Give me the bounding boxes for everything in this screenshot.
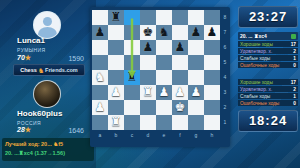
square-b7[interactable]	[108, 25, 124, 40]
white-knight-a4[interactable]: ♞	[92, 70, 108, 85]
stat-value: 2	[293, 87, 296, 92]
top-player-stars: 70★	[17, 54, 31, 62]
star-icon: ★	[25, 54, 31, 61]
last-move-label: 20. ... ♜xc4	[240, 33, 291, 39]
stat-row: Слабые ходы1	[238, 93, 298, 99]
square-h8[interactable]	[204, 10, 220, 25]
white-pawn-a2[interactable]: ♟	[92, 100, 108, 115]
stat-value: 2	[293, 49, 296, 54]
players-sidebar: Lunca1 РУМЫНИЯ 70★ 1590 Chess ♞ Friends.…	[0, 0, 96, 168]
square-g1[interactable]	[188, 115, 204, 130]
square-e5[interactable]	[156, 55, 172, 70]
file-label-f: f	[172, 131, 188, 140]
bottom-player-stars: 28★	[17, 126, 31, 134]
black-pawn-d6[interactable]: ♟	[140, 40, 156, 55]
bottom-player-rating: 1646	[68, 127, 84, 134]
stat-row: Хорошие ходы17	[238, 41, 298, 47]
rank-label-2: 2	[221, 100, 229, 115]
rank-label-6: 6	[221, 40, 229, 55]
stat-value: 0	[293, 63, 296, 68]
square-c3[interactable]	[124, 85, 140, 100]
black-pawn-f6[interactable]: ♟	[172, 40, 188, 55]
stat-label: Слабые ходы	[240, 56, 293, 61]
rank-label-5: 5	[221, 55, 229, 70]
white-rook-b1[interactable]: ♜	[108, 115, 124, 130]
file-label-b: b	[108, 131, 124, 140]
square-h2[interactable]	[204, 100, 220, 115]
chessfriends-logo[interactable]: Chess ♞ Friends.com	[13, 64, 85, 76]
black-pawn-h7[interactable]: ♟	[204, 25, 220, 40]
good-move-badge	[291, 34, 296, 39]
file-coordinates: abcdefgh	[92, 131, 220, 140]
last-move-header: 20. ... ♜xc4	[238, 32, 298, 40]
square-h5[interactable]	[204, 55, 220, 70]
top-player-clock: 23:27	[238, 6, 298, 28]
square-g4[interactable]	[188, 70, 204, 85]
file-label-d: d	[140, 131, 156, 140]
square-e6[interactable]	[156, 40, 172, 55]
rank-coordinates: 87654321	[221, 10, 229, 130]
file-label-g: g	[188, 131, 204, 140]
stat-label: Ошибочные ходы	[240, 63, 293, 68]
square-b4[interactable]	[108, 70, 124, 85]
rank-label-8: 8	[221, 10, 229, 25]
square-b2[interactable]	[108, 100, 124, 115]
square-a1[interactable]	[92, 115, 108, 130]
white-pawn-g3[interactable]: ♟	[188, 85, 204, 100]
square-h3[interactable]	[204, 85, 220, 100]
square-c1[interactable]	[124, 115, 140, 130]
top-player-country: РУМЫНИЯ	[17, 47, 46, 53]
square-g6[interactable]	[188, 40, 204, 55]
square-d5[interactable]	[140, 55, 156, 70]
black-rook-c4[interactable]: ♜	[124, 70, 140, 85]
white-king-f2[interactable]: ♚	[172, 100, 188, 115]
square-b6[interactable]	[108, 40, 124, 55]
square-h4[interactable]	[204, 70, 220, 85]
chess-board[interactable]: ♜♟♚♞♟♟♟♟♞♜♟♜♟♟♟♟♚♜	[92, 10, 220, 130]
move-analysis-box: Лучший ход: 20... ♞f5 20. ...♜xc4 (1.37→…	[2, 138, 94, 161]
square-f8[interactable]	[172, 10, 188, 25]
stat-label: Хорошие ходы	[240, 80, 291, 85]
stat-value: 17	[291, 80, 296, 85]
stat-row: Ошибочные ходы0	[238, 62, 298, 68]
square-c6[interactable]	[124, 40, 140, 55]
square-g2[interactable]	[188, 100, 204, 115]
bottom-player-name[interactable]: Hook60plus	[17, 109, 62, 118]
white-pawn-b3[interactable]: ♟	[108, 85, 124, 100]
stat-label: Хорошие ходы	[240, 42, 291, 47]
square-d2[interactable]	[140, 100, 156, 115]
black-rook-b8[interactable]: ♜	[108, 10, 124, 25]
square-c7[interactable]	[124, 25, 140, 40]
avatar-bottom-player[interactable]	[33, 80, 61, 108]
square-f1[interactable]	[172, 115, 188, 130]
stat-row: Слабые ходы1	[238, 55, 298, 61]
square-f5[interactable]	[172, 55, 188, 70]
square-c8[interactable]	[124, 10, 140, 25]
stat-value: 1	[293, 94, 296, 99]
avatar-top-player[interactable]	[33, 11, 61, 39]
stat-label: Ошибочные ходы	[240, 101, 293, 106]
rank-label-7: 7	[221, 25, 229, 40]
file-label-h: h	[204, 131, 220, 140]
square-c5[interactable]	[124, 55, 140, 70]
app-window: Lunca1 РУМЫНИЯ 70★ 1590 Chess ♞ Friends.…	[0, 0, 300, 168]
white-pawn-f3[interactable]: ♟	[172, 85, 188, 100]
stat-value: 17	[291, 42, 296, 47]
black-pawn-g7[interactable]: ♟	[188, 25, 204, 40]
black-pawn-a7[interactable]: ♟	[92, 25, 108, 40]
stat-label: Удовлетвор. х.	[240, 87, 293, 92]
top-player-name[interactable]: Lunca1	[17, 36, 45, 45]
white-pawn-e3[interactable]: ♟	[156, 85, 172, 100]
square-a8[interactable]	[92, 10, 108, 25]
square-a6[interactable]	[92, 40, 108, 55]
square-b5[interactable]	[108, 55, 124, 70]
rank-label-1: 1	[221, 115, 229, 130]
square-e1[interactable]	[156, 115, 172, 130]
stat-value: 1	[293, 56, 296, 61]
square-d4[interactable]	[140, 70, 156, 85]
top-player-stats-table: 20. ... ♜xc4 Хорошие ходы17Удовлетвор. х…	[238, 32, 298, 69]
rank-label-4: 4	[221, 70, 229, 85]
square-g5[interactable]	[188, 55, 204, 70]
square-h6[interactable]	[204, 40, 220, 55]
file-label-a: a	[92, 131, 108, 140]
stat-row: Хорошие ходы17	[238, 79, 298, 85]
square-a3[interactable]	[92, 85, 108, 100]
best-move-text: Лучший ход: 20... ♞f5	[5, 140, 91, 149]
square-d1[interactable]	[140, 115, 156, 130]
black-knight-e7[interactable]: ♞	[156, 25, 172, 40]
star-icon: ★	[25, 126, 31, 133]
square-e2[interactable]	[156, 100, 172, 115]
square-g8[interactable]	[188, 10, 204, 25]
stat-label: Слабые ходы	[240, 94, 293, 99]
square-f4[interactable]	[172, 70, 188, 85]
knight-icon: ♞	[38, 67, 44, 74]
stat-row: Удовлетвор. х.2	[238, 48, 298, 54]
square-e8[interactable]	[156, 10, 172, 25]
square-a5[interactable]	[92, 55, 108, 70]
file-label-e: e	[156, 131, 172, 140]
chess-board-panel: ♜♟♚♞♟♟♟♟♞♜♟♜♟♟♟♟♚♜ 87654321 abcdefgh	[90, 7, 230, 147]
bottom-player-clock: 18:24	[238, 110, 298, 132]
stat-row: Удовлетвор. х.2	[238, 86, 298, 92]
square-c2[interactable]	[124, 100, 140, 115]
top-player-rating: 1590	[68, 55, 84, 62]
square-h1[interactable]	[204, 115, 220, 130]
white-rook-d3[interactable]: ♜	[140, 85, 156, 100]
file-label-c: c	[124, 131, 140, 140]
person-icon	[43, 17, 52, 26]
square-d8[interactable]	[140, 10, 156, 25]
rank-label-3: 3	[221, 85, 229, 100]
stat-value: 0	[293, 101, 296, 106]
played-move-text: 20. ...♜xc4 (1.37→1.56)	[5, 149, 91, 158]
bottom-player-stats-table: Хорошие ходы17Удовлетвор. х.2Слабые ходы…	[238, 79, 298, 107]
black-king-d7[interactable]: ♚	[140, 25, 156, 40]
square-e4[interactable]	[156, 70, 172, 85]
square-f7[interactable]	[172, 25, 188, 40]
stat-label: Удовлетвор. х.	[240, 49, 293, 54]
stat-row: Ошибочные ходы0	[238, 100, 298, 106]
